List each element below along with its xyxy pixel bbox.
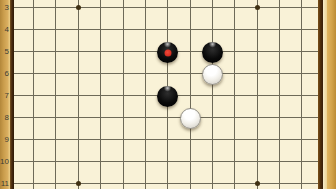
- star-point: [255, 5, 260, 10]
- row-label: 3: [0, 3, 9, 12]
- last-move-marker: [164, 49, 171, 56]
- white-stone: [202, 64, 223, 85]
- star-point: [76, 5, 81, 10]
- row-label: 11: [0, 179, 9, 188]
- star-point: [255, 181, 260, 186]
- row-label: 6: [0, 69, 9, 78]
- star-point: [76, 181, 81, 186]
- board-viewport: 34567891011: [0, 0, 336, 189]
- row-label: 8: [0, 113, 9, 122]
- row-label: 5: [0, 47, 9, 56]
- grid-line-horizontal: [14, 29, 319, 30]
- grid-line-horizontal: [14, 183, 319, 184]
- grid-line-horizontal: [14, 139, 319, 140]
- grid-line-horizontal: [14, 7, 319, 8]
- grid-line-horizontal: [14, 161, 319, 162]
- row-label: 10: [0, 157, 9, 166]
- row-label: 9: [0, 135, 9, 144]
- row-label: 7: [0, 91, 9, 100]
- grid-line-horizontal: [14, 117, 319, 118]
- wood-frame-right: [327, 0, 336, 189]
- row-label: 4: [0, 25, 9, 34]
- white-stone: [180, 108, 201, 129]
- board-left-edge: [10, 0, 14, 189]
- grid-line-horizontal: [14, 73, 319, 74]
- black-stone: [202, 42, 223, 63]
